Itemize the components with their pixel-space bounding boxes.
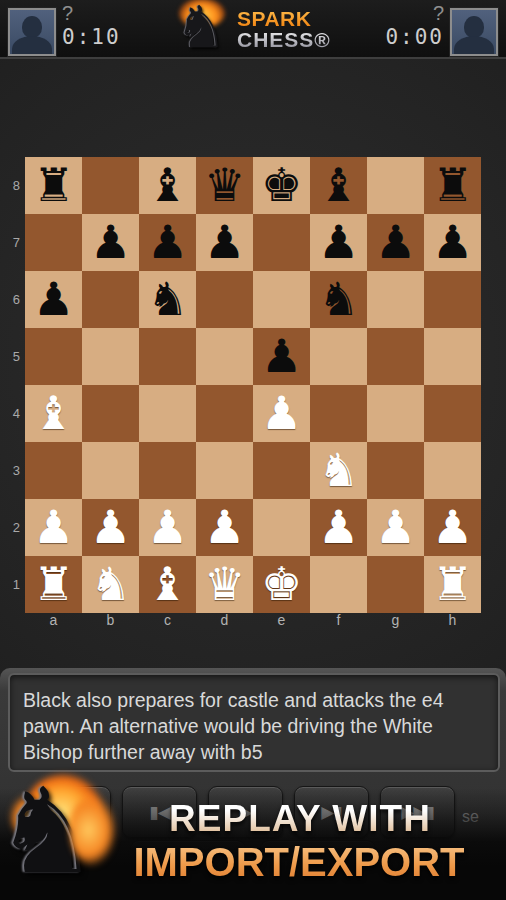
square-a5[interactable] [25,328,82,385]
file-label-f: f [310,612,367,628]
black-piece-p: ♟ [375,214,416,271]
file-label-b: b [82,612,139,628]
square-g2[interactable]: ♟ [367,499,424,556]
square-h6[interactable] [424,271,481,328]
white-piece-q: ♛ [204,556,245,613]
black-piece-r: ♜ [432,157,473,214]
square-d2[interactable]: ♟ [196,499,253,556]
white-piece-k: ♚ [261,556,302,613]
rank-label-4: 4 [0,385,20,442]
white-piece-p: ♟ [90,499,131,556]
square-f3[interactable]: ♞ [310,442,367,499]
knight-logo-icon: ♞ [175,0,227,60]
white-piece-r: ♜ [33,556,74,613]
black-piece-b: ♝ [147,157,188,214]
square-f6[interactable]: ♞ [310,271,367,328]
black-piece-p: ♟ [90,214,131,271]
square-f4[interactable] [310,385,367,442]
square-a2[interactable]: ♟ [25,499,82,556]
square-e8[interactable]: ♚ [253,157,310,214]
person-silhouette-icon [454,36,494,56]
square-a8[interactable]: ♜ [25,157,82,214]
square-b2[interactable]: ♟ [82,499,139,556]
file-labels: abcdefgh [25,612,481,634]
black-piece-p: ♟ [204,214,245,271]
square-f8[interactable]: ♝ [310,157,367,214]
black-piece-p: ♟ [318,214,359,271]
black-piece-n: ♞ [318,271,359,328]
square-b3[interactable] [82,442,139,499]
square-f5[interactable] [310,328,367,385]
black-piece-p: ♟ [33,271,74,328]
white-piece-p: ♟ [432,499,473,556]
white-piece-p: ♟ [147,499,188,556]
logo-chess: CHESS® [237,29,331,50]
square-g7[interactable]: ♟ [367,214,424,271]
file-label-c: c [139,612,196,628]
square-f2[interactable]: ♟ [310,499,367,556]
square-g3[interactable] [367,442,424,499]
white-player-clock: 0:00 [334,24,444,50]
file-label-g: g [367,612,424,628]
square-a3[interactable] [25,442,82,499]
black-player-avatar[interactable] [8,8,56,56]
square-a4[interactable]: ♝ [25,385,82,442]
commentary-box: Black also prepares for castle and attac… [8,673,500,772]
white-piece-p: ♟ [318,499,359,556]
square-h1[interactable]: ♜ [424,556,481,613]
white-piece-p: ♟ [204,499,245,556]
rank-label-5: 5 [0,328,20,385]
square-g8[interactable] [367,157,424,214]
square-b4[interactable] [82,385,139,442]
file-label-d: d [196,612,253,628]
square-g4[interactable] [367,385,424,442]
black-piece-p: ♟ [261,328,302,385]
square-a6[interactable]: ♟ [25,271,82,328]
square-d7[interactable]: ♟ [196,214,253,271]
square-b7[interactable]: ♟ [82,214,139,271]
ad-headline: REPLAY WITH [100,798,500,840]
white-player-info: ? 0:00 [334,2,444,50]
square-h7[interactable]: ♟ [424,214,481,271]
square-e6[interactable] [253,271,310,328]
file-label-e: e [253,612,310,628]
logo-spark: SPARK [237,8,331,29]
square-a7[interactable] [25,214,82,271]
square-h4[interactable] [424,385,481,442]
person-silhouette-icon [12,36,52,56]
square-c8[interactable]: ♝ [139,157,196,214]
square-h3[interactable] [424,442,481,499]
square-h2[interactable]: ♟ [424,499,481,556]
rank-label-3: 3 [0,442,20,499]
black-piece-q: ♛ [204,157,245,214]
square-g5[interactable] [367,328,424,385]
white-piece-p: ♟ [375,499,416,556]
ad-banner[interactable]: ♞ REPLAY WITH IMPORT/EXPORT [0,788,506,900]
rank-label-1: 1 [0,556,20,613]
white-piece-b: ♝ [33,385,74,442]
black-piece-r: ♜ [33,157,74,214]
rank-label-2: 2 [0,499,20,556]
rank-label-8: 8 [0,157,20,214]
square-g1[interactable] [367,556,424,613]
white-piece-p: ♟ [33,499,74,556]
square-c4[interactable] [139,385,196,442]
square-d3[interactable] [196,442,253,499]
square-b5[interactable] [82,328,139,385]
file-label-a: a [25,612,82,628]
black-piece-p: ♟ [432,214,473,271]
square-e7[interactable] [253,214,310,271]
square-b8[interactable] [82,157,139,214]
top-bar: ? 0:10 ♞ SPARK CHESS® ? 0:00 [0,0,506,59]
white-piece-n: ♞ [318,442,359,499]
black-piece-p: ♟ [147,214,188,271]
white-player-name: ? [334,2,444,24]
square-c3[interactable] [139,442,196,499]
square-h8[interactable]: ♜ [424,157,481,214]
black-player-info: ? 0:10 [62,2,172,50]
sparkchess-logo: ♞ SPARK CHESS® [173,0,333,64]
chess-board: ♜♝♛♚♝♜♟♟♟♟♟♟♟♞♞♟♝♟♞♟♟♟♟♟♟♟♜♞♝♛♚♜ [25,157,481,613]
square-e4[interactable]: ♟ [253,385,310,442]
white-piece-p: ♟ [261,385,302,442]
black-player-name: ? [62,2,172,24]
person-silhouette-icon [22,16,42,38]
square-d5[interactable] [196,328,253,385]
square-d4[interactable] [196,385,253,442]
square-f7[interactable]: ♟ [310,214,367,271]
white-piece-b: ♝ [147,556,188,613]
black-piece-k: ♚ [261,157,302,214]
square-b1[interactable]: ♞ [82,556,139,613]
file-label-h: h [424,612,481,628]
sparkchess-app: ? 0:10 ♞ SPARK CHESS® ? 0:00 87654321 ♜♝… [0,0,506,900]
square-e5[interactable]: ♟ [253,328,310,385]
white-piece-r: ♜ [432,556,473,613]
square-d6[interactable] [196,271,253,328]
square-c5[interactable] [139,328,196,385]
rank-label-7: 7 [0,214,20,271]
square-h5[interactable] [424,328,481,385]
square-a1[interactable]: ♜ [25,556,82,613]
black-player-clock: 0:10 [62,24,172,50]
square-c2[interactable]: ♟ [139,499,196,556]
square-f1[interactable] [310,556,367,613]
rank-label-6: 6 [0,271,20,328]
square-d8[interactable]: ♛ [196,157,253,214]
person-silhouette-icon [464,16,484,38]
square-e2[interactable] [253,499,310,556]
black-piece-b: ♝ [318,157,359,214]
square-c6[interactable]: ♞ [139,271,196,328]
square-c7[interactable]: ♟ [139,214,196,271]
square-b6[interactable] [82,271,139,328]
logo-text: SPARK CHESS® [237,8,331,50]
white-player-avatar[interactable] [450,8,498,56]
black-piece-n: ♞ [147,271,188,328]
square-e3[interactable] [253,442,310,499]
square-d1[interactable]: ♛ [196,556,253,613]
square-e1[interactable]: ♚ [253,556,310,613]
square-g6[interactable] [367,271,424,328]
ad-subline: IMPORT/EXPORT [92,840,506,885]
square-c1[interactable]: ♝ [139,556,196,613]
white-piece-n: ♞ [90,556,131,613]
